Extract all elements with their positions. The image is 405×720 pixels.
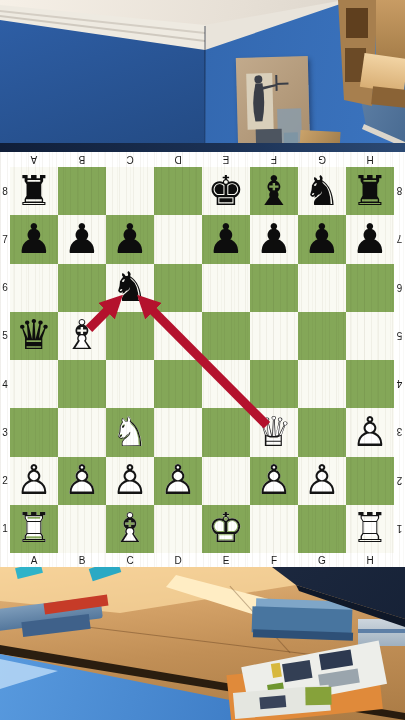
square-f4[interactable] <box>250 360 298 408</box>
square-f5[interactable] <box>250 312 298 360</box>
papers-group <box>223 637 405 720</box>
square-b1[interactable] <box>58 505 106 553</box>
square-d5[interactable] <box>154 312 202 360</box>
desk-photo <box>0 567 405 720</box>
square-e2[interactable] <box>202 457 250 505</box>
board-squares: ♜♚♝♞♜♟♟♟♟♟♟♟♞♛♝♗♞♘♛♕♟♙♟♙♟♙♟♙♟♙♟♙♟♙♜♖♝♗♚♔… <box>10 167 394 553</box>
file-label-b: B <box>58 553 106 567</box>
square-c1[interactable]: ♝♗ <box>106 505 154 553</box>
piece-outline: ♗ <box>58 312 106 360</box>
square-a4[interactable] <box>10 360 58 408</box>
black-pawn-f7: ♟ <box>250 215 298 263</box>
black-king-e8: ♚ <box>202 167 250 215</box>
black-pawn-g7: ♟ <box>298 215 346 263</box>
white-rook-a1: ♜♖ <box>10 505 58 553</box>
piece-outline: ♙ <box>346 408 394 456</box>
rank-label-5: 5 <box>0 312 10 360</box>
white-pawn-g2: ♟♙ <box>298 457 346 505</box>
black-rook-h8: ♜ <box>346 167 394 215</box>
square-g8[interactable]: ♞ <box>298 167 346 215</box>
square-a7[interactable]: ♟ <box>10 215 58 263</box>
square-e1[interactable]: ♚♔ <box>202 505 250 553</box>
white-pawn-f2: ♟♙ <box>250 457 298 505</box>
white-queen-f3: ♛♕ <box>250 408 298 456</box>
square-f1[interactable] <box>250 505 298 553</box>
black-knight-g8: ♞ <box>298 167 346 215</box>
square-d1[interactable] <box>154 505 202 553</box>
file-label-h: H <box>346 553 394 567</box>
file-label-h: H <box>346 152 394 167</box>
wall-corner <box>204 26 206 152</box>
white-knight-c3: ♞♘ <box>106 408 154 456</box>
piece-outline: ♕ <box>250 408 298 456</box>
square-a6[interactable] <box>10 264 58 312</box>
piece-outline: ♘ <box>106 408 154 456</box>
rank-label-6: 6 <box>394 264 405 312</box>
black-pawn-e7: ♟ <box>202 215 250 263</box>
square-b7[interactable]: ♟ <box>58 215 106 263</box>
video-frame: ABCDEFGH 87654321 ♜♚♝♞♜♟♟♟♟♟♟♟♞♛♝♗♞♘♛♕♟♙… <box>0 0 405 720</box>
file-label-b: B <box>58 152 106 167</box>
square-h6[interactable] <box>346 264 394 312</box>
square-f3[interactable]: ♛♕ <box>250 408 298 456</box>
green-card <box>305 687 331 705</box>
black-pawn-b7: ♟ <box>58 215 106 263</box>
square-g5[interactable] <box>298 312 346 360</box>
square-h2[interactable] <box>346 457 394 505</box>
square-g3[interactable] <box>298 408 346 456</box>
shelf-cubby <box>346 8 368 38</box>
square-h3[interactable]: ♟♙ <box>346 408 394 456</box>
wall-poster <box>236 56 310 152</box>
file-label-f: F <box>250 152 298 167</box>
square-e8[interactable]: ♚ <box>202 167 250 215</box>
file-label-a: A <box>10 152 58 167</box>
square-f8[interactable]: ♝ <box>250 167 298 215</box>
square-d3[interactable] <box>154 408 202 456</box>
square-a3[interactable] <box>10 408 58 456</box>
piece-outline: ♙ <box>10 457 58 505</box>
square-h5[interactable] <box>346 312 394 360</box>
rank-label-6: 6 <box>0 264 10 312</box>
black-queen-a5: ♛ <box>10 312 58 360</box>
square-a5[interactable]: ♛ <box>10 312 58 360</box>
square-b4[interactable] <box>58 360 106 408</box>
file-label-a: A <box>10 553 58 567</box>
white-pawn-c2: ♟♙ <box>106 457 154 505</box>
square-c5[interactable] <box>106 312 154 360</box>
square-h1[interactable]: ♜♖ <box>346 505 394 553</box>
square-c4[interactable] <box>106 360 154 408</box>
rank-label-3: 3 <box>0 408 10 456</box>
square-e7[interactable]: ♟ <box>202 215 250 263</box>
square-d2[interactable]: ♟♙ <box>154 457 202 505</box>
black-pawn-c7: ♟ <box>106 215 154 263</box>
square-e6[interactable] <box>202 264 250 312</box>
file-label-e: E <box>202 553 250 567</box>
square-a1[interactable]: ♜♖ <box>10 505 58 553</box>
file-label-g: G <box>298 152 346 167</box>
square-f6[interactable] <box>250 264 298 312</box>
file-label-d: D <box>154 152 202 167</box>
square-b8[interactable] <box>58 167 106 215</box>
square-g7[interactable]: ♟ <box>298 215 346 263</box>
square-c7[interactable]: ♟ <box>106 215 154 263</box>
piece-outline: ♙ <box>154 457 202 505</box>
black-pawn-a7: ♟ <box>10 215 58 263</box>
black-rook-a8: ♜ <box>10 167 58 215</box>
square-f7[interactable]: ♟ <box>250 215 298 263</box>
rank-label-2: 2 <box>0 457 10 505</box>
piece-outline: ♙ <box>106 457 154 505</box>
file-label-c: C <box>106 152 154 167</box>
white-pawn-b2: ♟♙ <box>58 457 106 505</box>
chess-board: ABCDEFGH 87654321 ♜♚♝♞♜♟♟♟♟♟♟♟♞♛♝♗♞♘♛♕♟♙… <box>0 152 405 567</box>
white-rook-h1: ♜♖ <box>346 505 394 553</box>
square-b5[interactable]: ♝♗ <box>58 312 106 360</box>
print-block <box>259 695 286 709</box>
file-labels-bottom: ABCDEFGH <box>10 553 394 567</box>
square-e3[interactable] <box>202 408 250 456</box>
square-d7[interactable] <box>154 215 202 263</box>
file-label-e: E <box>202 152 250 167</box>
square-e5[interactable] <box>202 312 250 360</box>
square-a2[interactable]: ♟♙ <box>10 457 58 505</box>
square-g2[interactable]: ♟♙ <box>298 457 346 505</box>
square-d6[interactable] <box>154 264 202 312</box>
file-label-g: G <box>298 553 346 567</box>
black-bishop-f8: ♝ <box>250 167 298 215</box>
rank-label-4: 4 <box>394 360 405 408</box>
square-g1[interactable] <box>298 505 346 553</box>
white-bishop-c1: ♝♗ <box>106 505 154 553</box>
square-h8[interactable]: ♜ <box>346 167 394 215</box>
gray-box-stripe <box>358 629 405 633</box>
white-pawn-a2: ♟♙ <box>10 457 58 505</box>
white-pawn-h3: ♟♙ <box>346 408 394 456</box>
square-h7[interactable]: ♟ <box>346 215 394 263</box>
piece-outline: ♗ <box>106 505 154 553</box>
square-d4[interactable] <box>154 360 202 408</box>
square-c6[interactable]: ♞ <box>106 264 154 312</box>
file-label-d: D <box>154 553 202 567</box>
square-g4[interactable] <box>298 360 346 408</box>
rank-label-1: 1 <box>0 505 10 553</box>
square-c8[interactable] <box>106 167 154 215</box>
piece-outline: ♖ <box>10 505 58 553</box>
rank-label-4: 4 <box>0 360 10 408</box>
room-bottom-shadow <box>0 143 405 152</box>
square-h4[interactable] <box>346 360 394 408</box>
piece-outline: ♙ <box>298 457 346 505</box>
piece-outline: ♔ <box>202 505 250 553</box>
square-b2[interactable]: ♟♙ <box>58 457 106 505</box>
file-label-c: C <box>106 553 154 567</box>
shelf-bracket <box>371 86 405 107</box>
square-d8[interactable] <box>154 167 202 215</box>
square-b3[interactable] <box>58 408 106 456</box>
square-e4[interactable] <box>202 360 250 408</box>
rank-labels-left: 87654321 <box>0 167 10 553</box>
white-king-e1: ♚♔ <box>202 505 250 553</box>
rank-label-7: 7 <box>0 215 10 263</box>
white-bishop-b5: ♝♗ <box>58 312 106 360</box>
black-pawn-h7: ♟ <box>346 215 394 263</box>
rank-labels-right: 87654321 <box>394 167 405 553</box>
piece-outline: ♙ <box>250 457 298 505</box>
rank-label-7: 7 <box>394 215 405 263</box>
square-c2[interactable]: ♟♙ <box>106 457 154 505</box>
rank-label-3: 3 <box>394 408 405 456</box>
piece-outline: ♖ <box>346 505 394 553</box>
file-labels-top: ABCDEFGH <box>10 152 394 167</box>
file-label-f: F <box>250 553 298 567</box>
rank-label-5: 5 <box>394 312 405 360</box>
square-a8[interactable]: ♜ <box>10 167 58 215</box>
rank-label-1: 1 <box>394 505 405 553</box>
white-pawn-d2: ♟♙ <box>154 457 202 505</box>
square-b6[interactable] <box>58 264 106 312</box>
rank-label-8: 8 <box>394 167 405 215</box>
rank-label-2: 2 <box>394 457 405 505</box>
room-photo <box>0 0 405 152</box>
rank-label-8: 8 <box>0 167 10 215</box>
black-knight-c6: ♞ <box>106 264 154 312</box>
square-c3[interactable]: ♞♘ <box>106 408 154 456</box>
square-f2[interactable]: ♟♙ <box>250 457 298 505</box>
piece-outline: ♙ <box>58 457 106 505</box>
square-g6[interactable] <box>298 264 346 312</box>
